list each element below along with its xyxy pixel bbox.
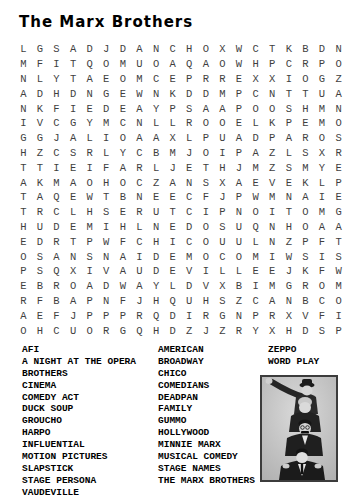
grid-cell: Y xyxy=(247,323,264,338)
grid-cell: A xyxy=(247,146,264,161)
grid-cell: T xyxy=(198,160,215,175)
grid-cell: W xyxy=(231,42,248,57)
grid-cell: I xyxy=(198,264,215,279)
grid-cell: R xyxy=(98,323,115,338)
grid-cell: F xyxy=(314,264,331,279)
word-list-item: GUMMO xyxy=(158,415,255,427)
grid-cell: Z xyxy=(32,146,49,161)
puzzle-title: The Marx Brothers xyxy=(19,13,193,31)
grid-cell: A xyxy=(131,42,148,57)
grid-cell: N xyxy=(15,101,32,116)
grid-cell: I xyxy=(281,72,298,87)
grid-cell: E xyxy=(81,101,98,116)
grid-cell: I xyxy=(330,308,347,323)
grid-cell: G xyxy=(98,86,115,101)
grid-cell: R xyxy=(131,160,148,175)
grid-cell: T xyxy=(98,190,115,205)
grid-cell: D xyxy=(98,279,115,294)
grid-cell: K xyxy=(281,42,298,57)
word-list-item: HARPO xyxy=(22,427,136,439)
grid-cell: P xyxy=(81,294,98,309)
grid-cell: D xyxy=(81,42,98,57)
grid-cell: C xyxy=(131,175,148,190)
grid-cell: S xyxy=(81,249,98,264)
grid-cell: M xyxy=(247,160,264,175)
grid-cell: O xyxy=(98,57,115,72)
grid-cell: R xyxy=(297,279,314,294)
grid-cell: T xyxy=(164,205,181,220)
groucho-mustache xyxy=(301,431,309,433)
grid-cell: U xyxy=(181,294,198,309)
grid-cell: O xyxy=(314,131,331,146)
word-list-column-3: ZEPPOWORD PLAY xyxy=(268,344,319,368)
grid-cell: P xyxy=(231,86,248,101)
grid-cell: D xyxy=(164,323,181,338)
grid-cell: Z xyxy=(264,146,281,161)
grid-cell: E xyxy=(148,190,165,205)
grid-cell: O xyxy=(297,205,314,220)
grid-cell: M xyxy=(314,205,331,220)
grid-cell: V xyxy=(181,264,198,279)
grid-cell: G xyxy=(15,131,32,146)
grid-cell: Z xyxy=(231,294,248,309)
grid-cell: G xyxy=(314,72,331,87)
grid-cell: E xyxy=(65,160,82,175)
grid-cell: E xyxy=(164,249,181,264)
grid-cell: M xyxy=(48,175,65,190)
grid-cell: D xyxy=(98,101,115,116)
grid-cell: H xyxy=(247,57,264,72)
grid-cell: N xyxy=(281,190,298,205)
grid-cell: A xyxy=(32,190,49,205)
grid-cell: A xyxy=(65,42,82,57)
grid-cell: C xyxy=(214,249,231,264)
grid-cell: O xyxy=(314,279,331,294)
word-list-item: A NIGHT AT THE OPERA xyxy=(22,356,136,368)
grid-cell: O xyxy=(115,131,132,146)
grid-cell: A xyxy=(281,131,298,146)
word-list-item: STAGE NAMES xyxy=(158,463,255,475)
word-list-column-2: AMERICANBROADWAYCHICOCOMEDIANSDEADPANFAM… xyxy=(158,344,255,487)
grid-cell: A xyxy=(131,101,148,116)
grid-cell: A xyxy=(131,131,148,146)
grid-cell: Y xyxy=(115,146,132,161)
grid-cell: H xyxy=(281,323,298,338)
grid-cell: A xyxy=(115,264,132,279)
grid-cell: X xyxy=(65,264,82,279)
grid-cell: R xyxy=(297,131,314,146)
grid-cell: L xyxy=(314,175,331,190)
grid-cell: F xyxy=(198,190,215,205)
grid-cell: J xyxy=(181,146,198,161)
grid-cell: F xyxy=(314,234,331,249)
grid-cell: Q xyxy=(48,190,65,205)
grid-cell: P xyxy=(264,57,281,72)
grid-cell: S xyxy=(314,323,331,338)
grid-cell: T xyxy=(15,160,32,175)
grid-cell: F xyxy=(32,294,49,309)
grid-cell: H xyxy=(15,220,32,235)
grid-cell: H xyxy=(15,146,32,161)
grid-cell: E xyxy=(115,86,132,101)
grid-cell: M xyxy=(314,116,331,131)
grid-cell: R xyxy=(198,72,215,87)
grid-cell: H xyxy=(198,294,215,309)
grid-cell: O xyxy=(81,323,98,338)
grid-cell: B xyxy=(297,294,314,309)
grid-cell: I xyxy=(81,264,98,279)
grid-cell: S xyxy=(281,101,298,116)
grid-cell: P xyxy=(330,323,347,338)
grid-cell: X xyxy=(314,146,331,161)
grid-cell: U xyxy=(131,57,148,72)
grid-cell: I xyxy=(98,131,115,146)
grid-cell: E xyxy=(164,72,181,87)
grid-cell: O xyxy=(65,279,82,294)
grid-cell: W xyxy=(98,234,115,249)
grid-cell: M xyxy=(15,57,32,72)
grid-cell: P xyxy=(231,101,248,116)
grid-cell: V xyxy=(297,308,314,323)
word-list-item: BROADWAY xyxy=(158,356,255,368)
grid-cell: L xyxy=(181,131,198,146)
grid-cell: L xyxy=(81,131,98,146)
grid-cell: I xyxy=(214,146,231,161)
grid-cell: S xyxy=(32,249,49,264)
grid-cell: G xyxy=(65,116,82,131)
grid-cell: S xyxy=(181,101,198,116)
grid-cell: S xyxy=(32,264,49,279)
grid-cell: E xyxy=(330,190,347,205)
grid-cell: L xyxy=(164,116,181,131)
grid-cell: O xyxy=(115,72,132,87)
grid-cell: A xyxy=(65,131,82,146)
grid-cell: Y xyxy=(48,72,65,87)
grid-cell: B xyxy=(115,190,132,205)
grid-cell: Q xyxy=(148,308,165,323)
grid-cell: D xyxy=(297,323,314,338)
grid-cell: O xyxy=(198,146,215,161)
grid-cell: P xyxy=(198,131,215,146)
grid-cell: O xyxy=(198,220,215,235)
grid-cell: L xyxy=(131,220,148,235)
word-list-item: BROTHERS xyxy=(22,368,136,380)
grid-cell: U xyxy=(214,234,231,249)
word-list-item: AMERICAN xyxy=(158,344,255,356)
grid-cell: W xyxy=(81,190,98,205)
grid-cell: P xyxy=(181,72,198,87)
grid-cell: J xyxy=(281,264,298,279)
grid-cell: C xyxy=(281,57,298,72)
grid-cell: D xyxy=(164,308,181,323)
word-list-item: MINNIE MARX xyxy=(158,439,255,451)
grid-cell: X xyxy=(247,72,264,87)
grid-cell: N xyxy=(131,116,148,131)
grid-cell: I xyxy=(247,279,264,294)
grid-cell: N xyxy=(231,205,248,220)
grid-cell: L xyxy=(247,234,264,249)
grid-cell: H xyxy=(214,160,231,175)
grid-cell: U xyxy=(231,220,248,235)
grid-cell: I xyxy=(65,101,82,116)
grid-cell: N xyxy=(98,294,115,309)
grid-cell: D xyxy=(181,220,198,235)
grid-cell: U xyxy=(65,323,82,338)
grid-cell: E xyxy=(15,234,32,249)
grid-cell: U xyxy=(214,131,231,146)
grid-cell: A xyxy=(15,175,32,190)
grid-cell: A xyxy=(115,160,132,175)
grid-cell: O xyxy=(198,42,215,57)
grid-cell: J xyxy=(231,160,248,175)
grid-cell: Y xyxy=(314,160,331,175)
grid-cell: U xyxy=(231,234,248,249)
grid-cell: J xyxy=(48,131,65,146)
grid-cell: B xyxy=(48,294,65,309)
grid-cell: D xyxy=(148,264,165,279)
grid-cell: L xyxy=(15,42,32,57)
word-list-item: STAGE PERSONA xyxy=(22,475,136,487)
grid-cell: X xyxy=(214,175,231,190)
grid-cell: G xyxy=(214,308,231,323)
grid-cell: P xyxy=(231,190,248,205)
grid-cell: E xyxy=(330,160,347,175)
grid-cell: E xyxy=(181,160,198,175)
grid-cell: N xyxy=(131,190,148,205)
grid-cell: R xyxy=(214,72,231,87)
grid-cell: J xyxy=(131,294,148,309)
grid-cell: E xyxy=(115,101,132,116)
grid-cell: O xyxy=(297,220,314,235)
grid-cell: E xyxy=(164,190,181,205)
grid-cell: T xyxy=(65,57,82,72)
grid-cell: M xyxy=(314,101,331,116)
grid-cell: T xyxy=(65,234,82,249)
grid-cell: A xyxy=(214,101,231,116)
grid-cell: P xyxy=(314,57,331,72)
grid-cell: P xyxy=(281,116,298,131)
word-list-item: DUCK SOUP xyxy=(22,403,136,415)
grid-cell: A xyxy=(48,249,65,264)
grid-cell: M xyxy=(131,72,148,87)
grid-cell: D xyxy=(65,86,82,101)
grid-cell: J xyxy=(198,323,215,338)
grid-cell: A xyxy=(264,294,281,309)
grid-cell: R xyxy=(48,279,65,294)
grid-cell: S xyxy=(330,131,347,146)
grid-cell: Q xyxy=(164,294,181,309)
grid-cell: O xyxy=(148,57,165,72)
grid-cell: O xyxy=(330,294,347,309)
grid-cell: R xyxy=(264,308,281,323)
grid-cell: S xyxy=(48,42,65,57)
grid-cell: C xyxy=(181,234,198,249)
grid-cell: C xyxy=(48,323,65,338)
word-list-item: COMEDY ACT xyxy=(22,392,136,404)
hand-on-shoulder xyxy=(283,464,290,469)
grid-cell: A xyxy=(65,294,82,309)
grid-cell: G xyxy=(32,131,49,146)
grid-cell: A xyxy=(164,57,181,72)
grid-cell: O xyxy=(15,249,32,264)
grid-cell: W xyxy=(115,279,132,294)
grid-cell: A xyxy=(330,86,347,101)
grid-cell: S xyxy=(198,175,215,190)
word-list-item: MOTION PICTURES xyxy=(22,451,136,463)
grid-cell: C xyxy=(314,294,331,309)
grid-cell: R xyxy=(131,308,148,323)
grid-cell: I xyxy=(181,308,198,323)
grid-cell: K xyxy=(297,264,314,279)
grid-cell: O xyxy=(247,205,264,220)
grid-cell: W xyxy=(247,190,264,205)
grid-cell: O xyxy=(198,234,215,249)
grid-cell: A xyxy=(148,131,165,146)
grid-cell: V xyxy=(198,279,215,294)
grid-cell: R xyxy=(181,116,198,131)
grid-cell: S xyxy=(65,146,82,161)
grid-cell: O xyxy=(198,116,215,131)
grid-cell: X xyxy=(264,72,281,87)
grid-cell: D xyxy=(198,86,215,101)
grid-cell: P xyxy=(81,234,98,249)
grid-cell: P xyxy=(81,308,98,323)
grid-cell: P xyxy=(297,234,314,249)
word-list-item: CINEMA xyxy=(22,380,136,392)
grid-cell: H xyxy=(98,175,115,190)
grid-cell: L xyxy=(231,264,248,279)
grid-cell: A xyxy=(115,249,132,264)
grid-cell: A xyxy=(231,131,248,146)
grid-cell: N xyxy=(65,249,82,264)
grid-cell: A xyxy=(198,101,215,116)
grid-cell: M xyxy=(181,249,198,264)
grid-cell: K xyxy=(297,175,314,190)
grid-cell: C xyxy=(164,42,181,57)
grid-cell: I xyxy=(198,205,215,220)
grid-cell: C xyxy=(48,205,65,220)
grid-cell: E xyxy=(247,264,264,279)
grid-cell: Y xyxy=(148,279,165,294)
grid-cell: I xyxy=(48,57,65,72)
grid-cell: D xyxy=(32,234,49,249)
word-list-item: HOLLYWOOD xyxy=(158,427,255,439)
grid-cell: U xyxy=(314,86,331,101)
grid-cell: H xyxy=(148,294,165,309)
grid-cell: H xyxy=(81,205,98,220)
grid-cell: F xyxy=(115,294,132,309)
grid-cell: X xyxy=(214,279,231,294)
grid-cell: G xyxy=(281,279,298,294)
grid-cell: F xyxy=(115,234,132,249)
grid-cell: B xyxy=(148,146,165,161)
grid-cell: A xyxy=(314,220,331,235)
grid-cell: G xyxy=(330,205,347,220)
grid-cell: E xyxy=(231,72,248,87)
grid-cell: K xyxy=(264,116,281,131)
grid-cell: W xyxy=(330,264,347,279)
grid-cell: O xyxy=(297,72,314,87)
word-list-item: DEADPAN xyxy=(158,392,255,404)
grid-cell: O xyxy=(214,57,231,72)
grid-cell: B xyxy=(32,279,49,294)
grid-cell: I xyxy=(15,116,32,131)
marx-brothers-photo xyxy=(260,375,338,482)
word-list-item: INFLUENTIAL xyxy=(22,439,136,451)
grid-cell: Q xyxy=(48,264,65,279)
grid-cell: N xyxy=(98,249,115,264)
grid-cell: O xyxy=(198,249,215,264)
grid-cell: K xyxy=(32,175,49,190)
grid-cell: H xyxy=(148,234,165,249)
grid-cell: C xyxy=(115,116,132,131)
grid-cell: L xyxy=(148,116,165,131)
grid-cell: C xyxy=(131,234,148,249)
grid-cell: O xyxy=(81,175,98,190)
word-list-item: MUSICAL COMEDY xyxy=(158,451,255,463)
grid-cell: Z xyxy=(281,234,298,249)
grid-cell: P xyxy=(115,308,132,323)
grid-cell: N xyxy=(231,308,248,323)
grid-cell: E xyxy=(231,116,248,131)
grid-cell: L xyxy=(65,205,82,220)
grid-cell: R xyxy=(15,294,32,309)
grid-cell: M xyxy=(330,279,347,294)
grid-cell: T xyxy=(281,86,298,101)
grid-cell: I xyxy=(314,249,331,264)
grid-cell: O xyxy=(15,323,32,338)
grid-cell: R xyxy=(81,146,98,161)
grid-cell: G xyxy=(115,323,132,338)
grid-cell: T xyxy=(32,160,49,175)
grid-cell: Q xyxy=(181,57,198,72)
grid-cell: Z xyxy=(214,323,231,338)
grid-cell: T xyxy=(15,205,32,220)
grid-cell: C xyxy=(247,294,264,309)
grid-cell: N xyxy=(330,42,347,57)
grid-cell: S xyxy=(297,146,314,161)
grid-cell: S xyxy=(214,220,231,235)
grid-cell: X xyxy=(264,323,281,338)
grid-cell: A xyxy=(65,175,82,190)
grid-cell: C xyxy=(48,116,65,131)
grid-cell: S xyxy=(281,160,298,175)
grid-cell: P xyxy=(98,308,115,323)
word-list-item: CHICO xyxy=(158,368,255,380)
grid-cell: R xyxy=(330,146,347,161)
grid-cell: N xyxy=(81,86,98,101)
grid-cell: N xyxy=(264,220,281,235)
grid-cell: E xyxy=(297,116,314,131)
grid-cell: O xyxy=(264,101,281,116)
grid-cell: A xyxy=(198,57,215,72)
word-list-item: GROUCHO xyxy=(22,415,136,427)
word-list-item: SLAPSTICK xyxy=(22,463,136,475)
grid-cell: M xyxy=(115,57,132,72)
word-list-item: WORD PLAY xyxy=(268,356,319,368)
grid-cell: N xyxy=(330,101,347,116)
word-list-item: THE MARX BROTHERS xyxy=(158,475,255,487)
grid-cell: B xyxy=(297,42,314,57)
grid-cell: C xyxy=(181,190,198,205)
grid-cell: C xyxy=(148,72,165,87)
grid-cell: J xyxy=(164,160,181,175)
grid-cell: N xyxy=(264,234,281,249)
grid-cell: Y xyxy=(81,116,98,131)
grid-cell: M xyxy=(98,116,115,131)
grid-cell: J xyxy=(98,42,115,57)
grid-cell: N xyxy=(148,220,165,235)
